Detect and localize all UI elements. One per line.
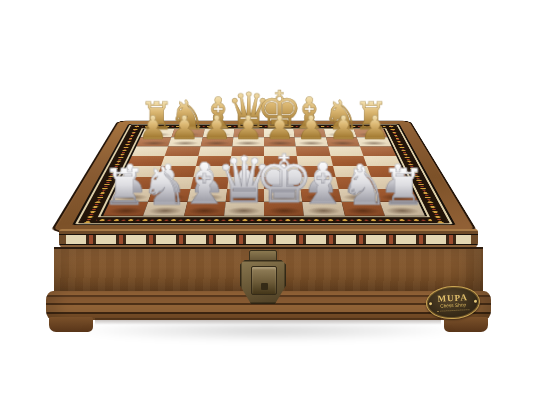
latch[interactable]: [240, 250, 286, 304]
playing-area: ♜♞♝♛♚♝♞♜♟♟♟♟♟♟♟♟♟♟♟♟♟♟♟♟♜♞♝♛♚♝♞♜: [103, 129, 425, 216]
lid-front-inlay-strip: [66, 235, 471, 244]
badge-fine-print-line: [437, 310, 469, 313]
lid-front-bevel: [59, 229, 478, 248]
latch-hole: [261, 283, 268, 290]
board-top: ♜♞♝♛♚♝♞♜♟♟♟♟♟♟♟♟♟♟♟♟♟♟♟♟♜♞♝♛♚♝♞♜: [50, 121, 479, 232]
floor-shadow: [72, 324, 463, 342]
silver-rook-piece[interactable]: ♜: [357, 163, 450, 213]
square-h7[interactable]: ♟: [356, 137, 391, 146]
latch-clasp[interactable]: [251, 266, 277, 295]
gold-pawn-piece[interactable]: ♟: [338, 112, 412, 144]
square-h1[interactable]: ♜: [380, 202, 425, 216]
badge-rivet-left: [429, 302, 432, 305]
badge-subtitle: Chess Shop: [440, 303, 466, 309]
badge-rivet-right: [474, 300, 477, 303]
photo-background: ♜♞♝♛♚♝♞♜♟♟♟♟♟♟♟♟♟♟♟♟♟♟♟♟♜♞♝♛♚♝♞♜ MUPA Ch…: [0, 0, 533, 412]
